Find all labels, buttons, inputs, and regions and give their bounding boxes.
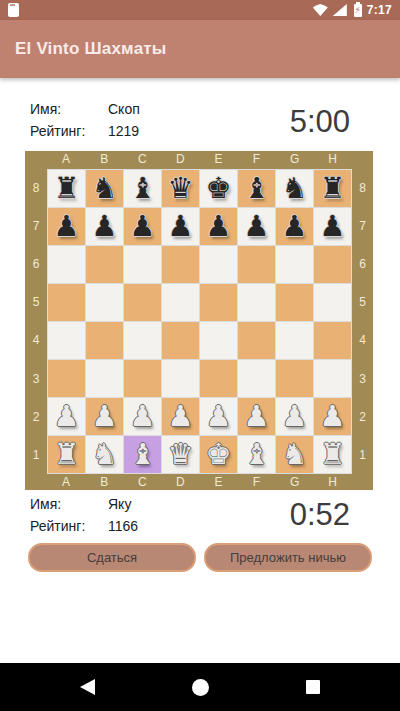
top-name-value: Скоп (108, 101, 198, 117)
white-pawn-g2: ♟ (282, 398, 308, 435)
square-h8[interactable]: ♜ (314, 170, 351, 207)
square-c7[interactable]: ♟ (124, 208, 161, 245)
square-a4[interactable] (48, 322, 85, 359)
black-rook-h8: ♜ (320, 170, 346, 207)
chess-app-screen: ⚡ 7:17 El Vinto Шахматы Имя: Скоп Рейтин… (0, 0, 400, 711)
rank-label-8: 8 (25, 169, 47, 207)
rank-label-2: 2 (25, 398, 47, 436)
square-a7[interactable]: ♟ (48, 208, 85, 245)
white-rook-a1: ♜ (54, 436, 80, 473)
rank-label-8: 8 (352, 169, 373, 207)
square-f5[interactable] (238, 284, 275, 321)
white-pawn-d2: ♟ (168, 398, 194, 435)
square-g7[interactable]: ♟ (276, 208, 313, 245)
square-c4[interactable] (124, 322, 161, 359)
chess-board: ABCDEFGH 87654321 ♜♞♝♛♚♝♞♜♟♟♟♟♟♟♟♟♟♟♟♟♟♟… (25, 151, 373, 490)
square-h2[interactable]: ♟ (314, 398, 351, 435)
wifi-icon (313, 4, 328, 16)
square-e6[interactable] (200, 246, 237, 283)
file-label-f: F (237, 151, 275, 169)
square-e3[interactable] (200, 360, 237, 397)
square-d1[interactable]: ♛ (162, 436, 199, 473)
square-g2[interactable]: ♟ (276, 398, 313, 435)
square-f4[interactable] (238, 322, 275, 359)
square-c8[interactable]: ♝ (124, 170, 161, 207)
square-h3[interactable] (314, 360, 351, 397)
square-a2[interactable]: ♟ (48, 398, 85, 435)
square-g1[interactable]: ♞ (276, 436, 313, 473)
rank-label-4: 4 (352, 321, 373, 359)
white-knight-b1: ♞ (92, 436, 118, 473)
top-rating-label: Рейтинг: (30, 123, 108, 139)
square-d7[interactable]: ♟ (162, 208, 199, 245)
rank-label-5: 5 (25, 283, 47, 321)
white-rook-h1: ♜ (320, 436, 346, 473)
square-h7[interactable]: ♟ (314, 208, 351, 245)
white-knight-g1: ♞ (282, 436, 308, 473)
rank-label-2: 2 (352, 398, 373, 436)
android-nav-bar (0, 663, 400, 711)
file-label-c: C (123, 474, 161, 490)
square-c2[interactable]: ♟ (124, 398, 161, 435)
bottom-player-clock: 0:52 (220, 497, 350, 533)
rank-label-6: 6 (352, 245, 373, 283)
square-g5[interactable] (276, 284, 313, 321)
square-d8[interactable]: ♛ (162, 170, 199, 207)
square-d2[interactable]: ♟ (162, 398, 199, 435)
white-pawn-c2: ♟ (130, 398, 156, 435)
square-f6[interactable] (238, 246, 275, 283)
black-pawn-g7: ♟ (282, 208, 308, 245)
cellular-signal-icon (333, 4, 347, 16)
square-h4[interactable] (314, 322, 351, 359)
action-buttons: Сдаться Предложить ничью (28, 543, 372, 572)
file-label-b: B (85, 474, 123, 490)
square-f7[interactable]: ♟ (238, 208, 275, 245)
rank-label-4: 4 (25, 321, 47, 359)
recents-icon[interactable] (306, 680, 320, 694)
app-bar: El Vinto Шахматы (0, 20, 400, 78)
file-label-a: A (47, 474, 85, 490)
square-f2[interactable]: ♟ (238, 398, 275, 435)
top-player-clock: 5:00 (220, 104, 350, 140)
square-b5[interactable] (86, 284, 123, 321)
file-label-e: E (199, 151, 237, 169)
white-bishop-c1: ♝ (130, 436, 156, 473)
square-b1[interactable]: ♞ (86, 436, 123, 473)
file-label-h: H (314, 151, 352, 169)
black-pawn-e7: ♟ (206, 208, 232, 245)
square-c3[interactable] (124, 360, 161, 397)
square-c6[interactable] (124, 246, 161, 283)
square-d6[interactable] (162, 246, 199, 283)
file-label-g: G (276, 474, 314, 490)
square-f3[interactable] (238, 360, 275, 397)
black-pawn-d7: ♟ (168, 208, 194, 245)
square-d5[interactable] (162, 284, 199, 321)
status-bar: ⚡ 7:17 (0, 0, 400, 20)
square-g4[interactable] (276, 322, 313, 359)
file-labels-bottom: ABCDEFGH (47, 474, 352, 490)
square-e5[interactable] (200, 284, 237, 321)
square-b2[interactable]: ♟ (86, 398, 123, 435)
rank-labels-left: 87654321 (25, 169, 47, 474)
file-label-f: F (237, 474, 275, 490)
square-a1[interactable]: ♜ (48, 436, 85, 473)
square-g3[interactable] (276, 360, 313, 397)
battery-bolt-icon: ⚡ (354, 4, 362, 17)
black-bishop-f8: ♝ (244, 170, 270, 207)
offer-draw-button[interactable]: Предложить ничью (204, 543, 372, 572)
square-e4[interactable] (200, 322, 237, 359)
bottom-name-label: Имя: (30, 496, 108, 512)
square-a3[interactable] (48, 360, 85, 397)
resign-button[interactable]: Сдаться (28, 543, 196, 572)
square-e2[interactable]: ♟ (200, 398, 237, 435)
square-b7[interactable]: ♟ (86, 208, 123, 245)
black-pawn-c7: ♟ (130, 208, 156, 245)
black-king-e8: ♚ (206, 170, 232, 207)
rank-label-1: 1 (25, 436, 47, 474)
rank-labels-right: 87654321 (352, 169, 373, 474)
file-label-d: D (161, 474, 199, 490)
square-b8[interactable]: ♞ (86, 170, 123, 207)
rank-label-3: 3 (25, 359, 47, 397)
square-a6[interactable] (48, 246, 85, 283)
white-pawn-f2: ♟ (244, 398, 270, 435)
notification-icon (8, 3, 19, 17)
black-pawn-a7: ♟ (54, 208, 80, 245)
file-label-c: C (123, 151, 161, 169)
rank-label-7: 7 (25, 207, 47, 245)
bottom-rating-value: 1166 (108, 518, 198, 534)
square-h6[interactable] (314, 246, 351, 283)
square-b4[interactable] (86, 322, 123, 359)
square-c5[interactable] (124, 284, 161, 321)
square-e1[interactable]: ♚ (200, 436, 237, 473)
home-icon[interactable] (192, 679, 209, 696)
black-pawn-f7: ♟ (244, 208, 270, 245)
square-h5[interactable] (314, 284, 351, 321)
file-label-b: B (85, 151, 123, 169)
file-label-h: H (314, 474, 352, 490)
file-label-d: D (161, 151, 199, 169)
white-queen-d1: ♛ (168, 436, 194, 473)
white-pawn-b2: ♟ (92, 398, 118, 435)
top-name-label: Имя: (30, 101, 108, 117)
black-pawn-b7: ♟ (92, 208, 118, 245)
white-bishop-f1: ♝ (244, 436, 270, 473)
board-grid: ♜♞♝♛♚♝♞♜♟♟♟♟♟♟♟♟♟♟♟♟♟♟♟♟♜♞♝♛♚♝♞♜ (47, 169, 352, 474)
white-pawn-h2: ♟ (320, 398, 346, 435)
battery-charging-icon: ⚡ (354, 4, 362, 17)
rank-label-6: 6 (25, 245, 47, 283)
square-d3[interactable] (162, 360, 199, 397)
black-queen-d8: ♛ (168, 170, 194, 207)
black-knight-g8: ♞ (282, 170, 308, 207)
bottom-name-value: Яку (108, 496, 198, 512)
rank-label-1: 1 (352, 436, 373, 474)
black-knight-b8: ♞ (92, 170, 118, 207)
square-e7[interactable]: ♟ (200, 208, 237, 245)
square-a5[interactable] (48, 284, 85, 321)
file-label-e: E (199, 474, 237, 490)
bottom-rating-label: Рейтинг: (30, 518, 108, 534)
rank-label-7: 7 (352, 207, 373, 245)
black-pawn-h7: ♟ (320, 208, 346, 245)
back-icon[interactable] (80, 679, 95, 695)
square-b3[interactable] (86, 360, 123, 397)
status-time: 7:17 (367, 3, 392, 17)
file-labels-top: ABCDEFGH (47, 151, 352, 169)
square-a8[interactable]: ♜ (48, 170, 85, 207)
white-pawn-e2: ♟ (206, 398, 232, 435)
square-b6[interactable] (86, 246, 123, 283)
white-king-e1: ♚ (206, 436, 232, 473)
top-rating-value: 1219 (108, 123, 198, 139)
rank-label-3: 3 (352, 359, 373, 397)
square-e8[interactable]: ♚ (200, 170, 237, 207)
square-f8[interactable]: ♝ (238, 170, 275, 207)
square-d4[interactable] (162, 322, 199, 359)
square-g6[interactable] (276, 246, 313, 283)
file-label-a: A (47, 151, 85, 169)
file-label-g: G (276, 151, 314, 169)
square-g8[interactable]: ♞ (276, 170, 313, 207)
black-bishop-c8: ♝ (130, 170, 156, 207)
black-rook-a8: ♜ (54, 170, 80, 207)
square-c1[interactable]: ♝ (124, 436, 161, 473)
square-h1[interactable]: ♜ (314, 436, 351, 473)
square-f1[interactable]: ♝ (238, 436, 275, 473)
rank-label-5: 5 (352, 283, 373, 321)
app-title: El Vinto Шахматы (15, 39, 167, 59)
white-pawn-a2: ♟ (54, 398, 80, 435)
